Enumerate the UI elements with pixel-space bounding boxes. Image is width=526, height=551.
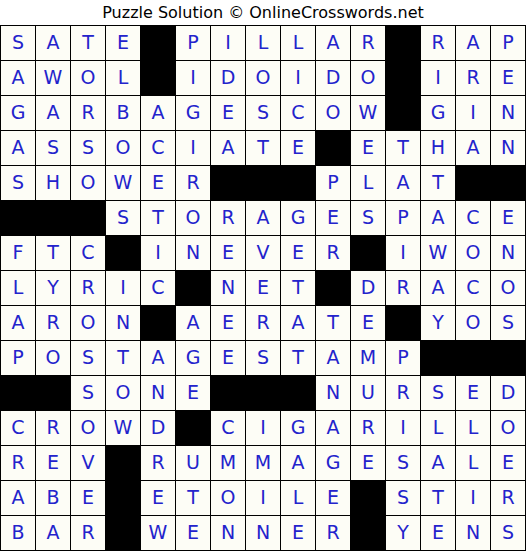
letter-cell-r2c2: W [36,61,71,96]
puzzle-solution-page: Puzzle Solution © OnlineCrosswords.net S… [0,0,526,551]
letter-cell-r4c9: E [281,131,316,166]
letter-cell-r12c10: A [316,411,351,446]
letter-cell-r4c11: E [351,131,386,166]
letter-cell-r13c12: S [386,446,421,481]
letter-cell-r15c3: R [71,516,106,551]
block-cell-r5c7 [211,166,246,201]
block-cell-r6c1 [1,201,36,236]
letter-cell-r1c10: A [316,26,351,61]
letter-cell-r15c8: N [246,516,281,551]
letter-cell-r12c1: C [1,411,36,446]
letter-cell-r4c13: H [421,131,456,166]
letter-cell-r8c15: O [491,271,526,306]
letter-cell-r2c6: I [176,61,211,96]
letter-cell-r9c14: O [456,306,491,341]
letter-cell-r4c6: I [176,131,211,166]
block-cell-r10c14 [456,341,491,376]
block-cell-r5c15 [491,166,526,201]
letter-cell-r8c7: N [211,271,246,306]
letter-cell-r14c14: I [456,481,491,516]
letter-cell-r2c15: E [491,61,526,96]
letter-cell-r7c3: C [71,236,106,271]
letter-cell-r4c2: S [36,131,71,166]
block-cell-r5c8 [246,166,281,201]
letter-cell-r7c9: E [281,236,316,271]
letter-cell-r4c5: C [141,131,176,166]
letter-cell-r8c1: L [1,271,36,306]
block-cell-r12c6 [176,411,211,446]
block-cell-r11c9 [281,376,316,411]
letter-cell-r13c8: M [246,446,281,481]
letter-cell-r7c8: V [246,236,281,271]
letter-cell-r2c1: A [1,61,36,96]
letter-cell-r4c14: A [456,131,491,166]
letter-cell-r7c15: N [491,236,526,271]
letter-cell-r2c8: O [246,61,281,96]
letter-cell-r6c7: R [211,201,246,236]
letter-cell-r14c3: E [71,481,106,516]
letter-cell-r10c2: O [36,341,71,376]
letter-cell-r4c12: T [386,131,421,166]
letter-cell-r3c11: W [351,96,386,131]
block-cell-r13c4 [106,446,141,481]
letter-cell-r15c9: E [281,516,316,551]
letter-cell-r12c3: O [71,411,106,446]
letter-cell-r12c8: I [246,411,281,446]
letter-cell-r2c11: O [351,61,386,96]
letter-cell-r5c2: H [36,166,71,201]
letter-cell-r13c2: E [36,446,71,481]
letter-cell-r8c14: C [456,271,491,306]
letter-cell-r11c14: E [456,376,491,411]
letter-cell-r10c9: T [281,341,316,376]
block-cell-r11c1 [1,376,36,411]
letter-cell-r14c8: I [246,481,281,516]
block-cell-r15c4 [106,516,141,551]
letter-cell-r1c9: L [281,26,316,61]
letter-cell-r6c5: T [141,201,176,236]
letter-cell-r2c4: L [106,61,141,96]
letter-cell-r15c10: R [316,516,351,551]
letter-cell-r1c3: T [71,26,106,61]
letter-cell-r6c12: P [386,201,421,236]
letter-cell-r13c3: V [71,446,106,481]
letter-cell-r13c14: L [456,446,491,481]
letter-cell-r13c10: G [316,446,351,481]
block-cell-r6c2 [36,201,71,236]
letter-cell-r4c8: T [246,131,281,166]
block-cell-r3c12 [386,96,421,131]
letter-cell-r1c1: S [1,26,36,61]
letter-cell-r1c13: R [421,26,456,61]
letter-cell-r6c13: A [421,201,456,236]
letter-cell-r4c1: A [1,131,36,166]
letter-cell-r5c10: P [316,166,351,201]
letter-cell-r8c8: E [246,271,281,306]
letter-cell-r13c11: E [351,446,386,481]
letter-cell-r13c1: R [1,446,36,481]
letter-cell-r8c9: T [281,271,316,306]
letter-cell-r9c9: A [281,306,316,341]
letter-cell-r1c2: A [36,26,71,61]
block-cell-r14c4 [106,481,141,516]
letter-cell-r8c11: D [351,271,386,306]
block-cell-r6c3 [71,201,106,236]
letter-cell-r8c3: R [71,271,106,306]
letter-cell-r14c10: E [316,481,351,516]
letter-cell-r10c8: S [246,341,281,376]
letter-cell-r3c2: A [36,96,71,131]
letter-cell-r3c1: G [1,96,36,131]
letter-cell-r14c12: S [386,481,421,516]
page-title: Puzzle Solution © OnlineCrosswords.net [0,0,526,25]
letter-cell-r5c5: E [141,166,176,201]
letter-cell-r13c9: A [281,446,316,481]
letter-cell-r5c3: O [71,166,106,201]
letter-cell-r10c3: S [71,341,106,376]
letter-cell-r12c12: I [386,411,421,446]
letter-cell-r12c4: W [106,411,141,446]
letter-cell-r14c5: E [141,481,176,516]
letter-cell-r7c2: T [36,236,71,271]
block-cell-r11c8 [246,376,281,411]
block-cell-r5c14 [456,166,491,201]
letter-cell-r4c7: A [211,131,246,166]
block-cell-r1c12 [386,26,421,61]
letter-cell-r7c7: E [211,236,246,271]
letter-cell-r1c7: I [211,26,246,61]
letter-cell-r2c13: I [421,61,456,96]
letter-cell-r3c6: G [176,96,211,131]
block-cell-r14c11 [351,481,386,516]
letter-cell-r9c8: R [246,306,281,341]
letter-cell-r13c7: M [211,446,246,481]
letter-cell-r9c2: R [36,306,71,341]
block-cell-r1c5 [141,26,176,61]
letter-cell-r15c15: S [491,516,526,551]
letter-cell-r3c10: O [316,96,351,131]
letter-cell-r6c6: O [176,201,211,236]
letter-cell-r3c7: E [211,96,246,131]
letter-cell-r8c12: R [386,271,421,306]
letter-cell-r3c4: B [106,96,141,131]
letter-cell-r7c5: I [141,236,176,271]
letter-cell-r11c15: D [491,376,526,411]
letter-cell-r11c5: N [141,376,176,411]
letter-cell-r12c7: C [211,411,246,446]
letter-cell-r6c14: C [456,201,491,236]
letter-cell-r14c13: T [421,481,456,516]
letter-cell-r1c4: E [106,26,141,61]
letter-cell-r13c6: U [176,446,211,481]
letter-cell-r10c7: E [211,341,246,376]
letter-cell-r5c1: S [1,166,36,201]
letter-cell-r12c15: O [491,411,526,446]
letter-cell-r15c7: N [211,516,246,551]
letter-cell-r15c14: N [456,516,491,551]
letter-cell-r10c12: P [386,341,421,376]
letter-cell-r9c4: N [106,306,141,341]
letter-cell-r3c14: I [456,96,491,131]
block-cell-r4c10 [316,131,351,166]
block-cell-r2c5 [141,61,176,96]
letter-cell-r7c6: N [176,236,211,271]
block-cell-r9c5 [141,306,176,341]
letter-cell-r11c3: S [71,376,106,411]
letter-cell-r3c15: N [491,96,526,131]
letter-cell-r11c11: U [351,376,386,411]
letter-cell-r7c12: I [386,236,421,271]
letter-cell-r15c13: E [421,516,456,551]
block-cell-r15c11 [351,516,386,551]
letter-cell-r4c3: S [71,131,106,166]
letter-cell-r2c3: O [71,61,106,96]
block-cell-r11c7 [211,376,246,411]
letter-cell-r12c13: L [421,411,456,446]
letter-cell-r12c14: L [456,411,491,446]
block-cell-r10c15 [491,341,526,376]
letter-cell-r5c11: L [351,166,386,201]
letter-cell-r12c11: R [351,411,386,446]
letter-cell-r11c12: R [386,376,421,411]
letter-cell-r9c15: S [491,306,526,341]
letter-cell-r6c15: E [491,201,526,236]
letter-cell-r14c1: A [1,481,36,516]
letter-cell-r15c6: E [176,516,211,551]
letter-cell-r13c13: A [421,446,456,481]
letter-cell-r10c1: P [1,341,36,376]
block-cell-r7c4 [106,236,141,271]
letter-cell-r15c1: B [1,516,36,551]
letter-cell-r6c8: A [246,201,281,236]
letter-cell-r3c9: C [281,96,316,131]
letter-cell-r12c9: G [281,411,316,446]
letter-cell-r8c13: A [421,271,456,306]
letter-cell-r9c3: O [71,306,106,341]
letter-cell-r2c14: R [456,61,491,96]
letter-cell-r3c8: S [246,96,281,131]
letter-cell-r7c1: F [1,236,36,271]
letter-cell-r2c7: D [211,61,246,96]
block-cell-r10c13 [421,341,456,376]
letter-cell-r10c6: G [176,341,211,376]
letter-cell-r9c7: E [211,306,246,341]
letter-cell-r5c6: R [176,166,211,201]
letter-cell-r10c5: A [141,341,176,376]
letter-cell-r6c11: S [351,201,386,236]
letter-cell-r4c15: N [491,131,526,166]
letter-cell-r9c10: T [316,306,351,341]
letter-cell-r11c13: S [421,376,456,411]
crossword-grid: SATEPILLARRAPAWOLIDOIDOIREGARBAGESCOWGIN… [0,25,526,551]
letter-cell-r6c4: S [106,201,141,236]
letter-cell-r15c12: Y [386,516,421,551]
letter-cell-r8c4: I [106,271,141,306]
letter-cell-r8c5: C [141,271,176,306]
letter-cell-r1c6: P [176,26,211,61]
letter-cell-r10c11: M [351,341,386,376]
letter-cell-r15c2: A [36,516,71,551]
letter-cell-r1c8: L [246,26,281,61]
block-cell-r8c6 [176,271,211,306]
letter-cell-r14c6: T [176,481,211,516]
letter-cell-r3c13: G [421,96,456,131]
letter-cell-r11c6: E [176,376,211,411]
letter-cell-r2c10: D [316,61,351,96]
letter-cell-r11c10: N [316,376,351,411]
letter-cell-r3c3: R [71,96,106,131]
block-cell-r7c11 [351,236,386,271]
letter-cell-r5c12: A [386,166,421,201]
block-cell-r8c10 [316,271,351,306]
block-cell-r5c9 [281,166,316,201]
block-cell-r9c12 [386,306,421,341]
letter-cell-r10c4: T [106,341,141,376]
letter-cell-r5c13: T [421,166,456,201]
letter-cell-r14c15: R [491,481,526,516]
letter-cell-r2c9: I [281,61,316,96]
letter-cell-r14c9: L [281,481,316,516]
letter-cell-r15c5: W [141,516,176,551]
letter-cell-r4c4: O [106,131,141,166]
letter-cell-r9c1: A [1,306,36,341]
letter-cell-r10c10: A [316,341,351,376]
letter-cell-r6c10: E [316,201,351,236]
letter-cell-r9c13: Y [421,306,456,341]
letter-cell-r7c10: R [316,236,351,271]
letter-cell-r14c7: O [211,481,246,516]
block-cell-r2c12 [386,61,421,96]
letter-cell-r1c15: P [491,26,526,61]
letter-cell-r13c15: E [491,446,526,481]
letter-cell-r14c2: B [36,481,71,516]
letter-cell-r1c14: A [456,26,491,61]
letter-cell-r9c6: A [176,306,211,341]
letter-cell-r12c5: D [141,411,176,446]
letter-cell-r6c9: G [281,201,316,236]
letter-cell-r8c2: Y [36,271,71,306]
letter-cell-r7c13: W [421,236,456,271]
letter-cell-r1c11: R [351,26,386,61]
letter-cell-r11c4: O [106,376,141,411]
letter-cell-r5c4: W [106,166,141,201]
letter-cell-r9c11: E [351,306,386,341]
block-cell-r11c2 [36,376,71,411]
letter-cell-r12c2: R [36,411,71,446]
letter-cell-r7c14: O [456,236,491,271]
letter-cell-r13c5: R [141,446,176,481]
letter-cell-r3c5: A [141,96,176,131]
